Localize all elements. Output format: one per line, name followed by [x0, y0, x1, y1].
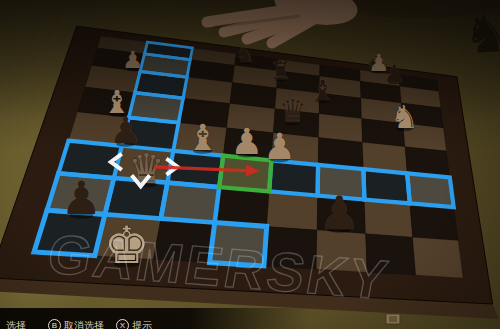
gamepad-x-button-icon: X: [116, 319, 129, 329]
piece-white-pawn-a7[interactable]: ♟: [122, 46, 144, 74]
square-h1[interactable]: [413, 237, 463, 278]
select-label: 选择: [6, 319, 26, 329]
piece-black-pawn-a2[interactable]: ♟: [61, 171, 102, 225]
piece-white-pawn-g7[interactable]: ♟: [368, 49, 390, 77]
highlight-blue-h3[interactable]: [407, 173, 454, 207]
square-e2[interactable]: [267, 191, 318, 230]
piece-black-knight-d8[interactable]: ♞: [236, 43, 255, 67]
square-c1[interactable]: [153, 219, 214, 263]
highlight-blue-g3[interactable]: [363, 169, 409, 203]
square-d2[interactable]: [215, 187, 270, 226]
piece-black-bishop-f6[interactable]: ♝: [310, 74, 335, 107]
square-g2[interactable]: [364, 200, 412, 238]
highlight-blue-c2[interactable]: [161, 183, 219, 223]
cancel-label: 取消选择: [64, 319, 104, 329]
piece-black-queen-e5[interactable]: ♛: [278, 92, 307, 129]
piece-white-bishop-c4[interactable]: ♝: [186, 116, 219, 159]
chess-game-screen: ♞♚♜♟♟♟♝♛♞♝♟♝♟♟♛♟♟♚♞ GAMERSKY 选择 B 取消选择 X…: [0, 0, 500, 329]
board-3d-scene: ♞♚♜♟♟♟♝♛♞♝♟♝♟♟♛♟♟♚♞: [0, 0, 500, 329]
hint-label: 提示: [132, 319, 152, 329]
gamepad-b-button-icon: B: [48, 319, 61, 329]
prompt-select: 选择: [6, 319, 26, 329]
piece-white-pawn-e4[interactable]: ♟: [263, 125, 296, 168]
prompt-cancel: B 取消选择: [48, 319, 104, 329]
square-e1[interactable]: [264, 226, 317, 269]
piece-white-queen-b3[interactable]: ♛: [128, 145, 165, 193]
highlight-blue-d1[interactable]: [210, 223, 267, 266]
piece-black-rook-e7[interactable]: ♜: [270, 57, 292, 85]
prompt-hint: X 提示: [116, 319, 152, 329]
square-g1[interactable]: [366, 234, 416, 275]
piece-white-knight-h5[interactable]: ♞: [390, 98, 419, 135]
piece-white-pawn-d4[interactable]: ♟: [231, 120, 264, 163]
piece-white-king-b1[interactable]: ♚: [104, 215, 150, 275]
bottom-button-bar: 选择 B 取消选择 X 提示: [0, 308, 500, 329]
piece-black-pawn-f2[interactable]: ♟: [319, 186, 360, 240]
